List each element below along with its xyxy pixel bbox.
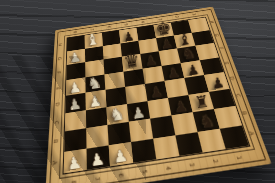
square-e7: ♞ <box>85 74 105 93</box>
square-e4 <box>142 66 164 84</box>
black-knight: ♞ <box>198 111 216 131</box>
photo-scene: 87654321 87654321 HGFEDCBA HGFEDCBA ♝♟♚♟… <box>0 0 275 183</box>
square-b6 <box>108 122 131 145</box>
square-f4: ♟ <box>140 51 161 68</box>
black-pawn: ♟ <box>149 84 164 100</box>
square-a5 <box>131 138 156 163</box>
square-b7 <box>86 125 109 148</box>
square-g6 <box>103 43 122 59</box>
square-e5 <box>123 68 144 86</box>
square-e6 <box>104 71 125 90</box>
square-e8: ♟ <box>66 77 86 96</box>
square-e1 <box>200 57 224 75</box>
square-f1 <box>195 43 218 60</box>
square-c2: ♜ <box>188 91 214 112</box>
square-a8: ♟ <box>64 148 87 173</box>
black-knight: ♞ <box>181 45 197 62</box>
square-a3 <box>175 132 202 156</box>
square-d3 <box>165 78 189 98</box>
square-a1 <box>220 125 249 149</box>
black-pawn: ♟ <box>186 62 200 78</box>
square-c8 <box>65 110 86 132</box>
square-e2: ♟ <box>181 60 204 78</box>
square-c5: ♟ <box>127 101 150 122</box>
square-f8 <box>66 62 85 80</box>
chess-board: 87654321 87654321 HGFEDCBA HGFEDCBA ♝♟♚♟… <box>45 7 272 183</box>
square-d8: ♟ <box>65 93 85 113</box>
square-a7: ♟ <box>87 145 110 170</box>
square-c7 <box>86 107 108 128</box>
square-a4 <box>153 135 179 160</box>
white-pawn: ♟ <box>112 147 129 165</box>
white-pawn: ♟ <box>66 154 83 172</box>
black-pawn: ♟ <box>173 98 189 115</box>
black-pawn: ♟ <box>144 53 158 68</box>
square-a6: ♟ <box>109 141 133 166</box>
square-d7: ♟ <box>86 90 107 110</box>
white-pawn: ♟ <box>67 96 82 112</box>
square-d1: ♟ <box>204 72 229 91</box>
board-grid: ♝♟♚♟♟♝♛♟♞♟♞♟♟♟♟♟♟♞♟♟♜♞♟♟♟ <box>63 17 251 175</box>
white-pawn: ♟ <box>88 93 103 109</box>
square-e3: ♟ <box>162 63 185 81</box>
white-pawn: ♟ <box>89 151 106 169</box>
white-knight: ♞ <box>86 75 102 93</box>
square-b1 <box>214 106 242 128</box>
square-d6 <box>105 87 127 107</box>
square-d4: ♟ <box>145 81 168 101</box>
